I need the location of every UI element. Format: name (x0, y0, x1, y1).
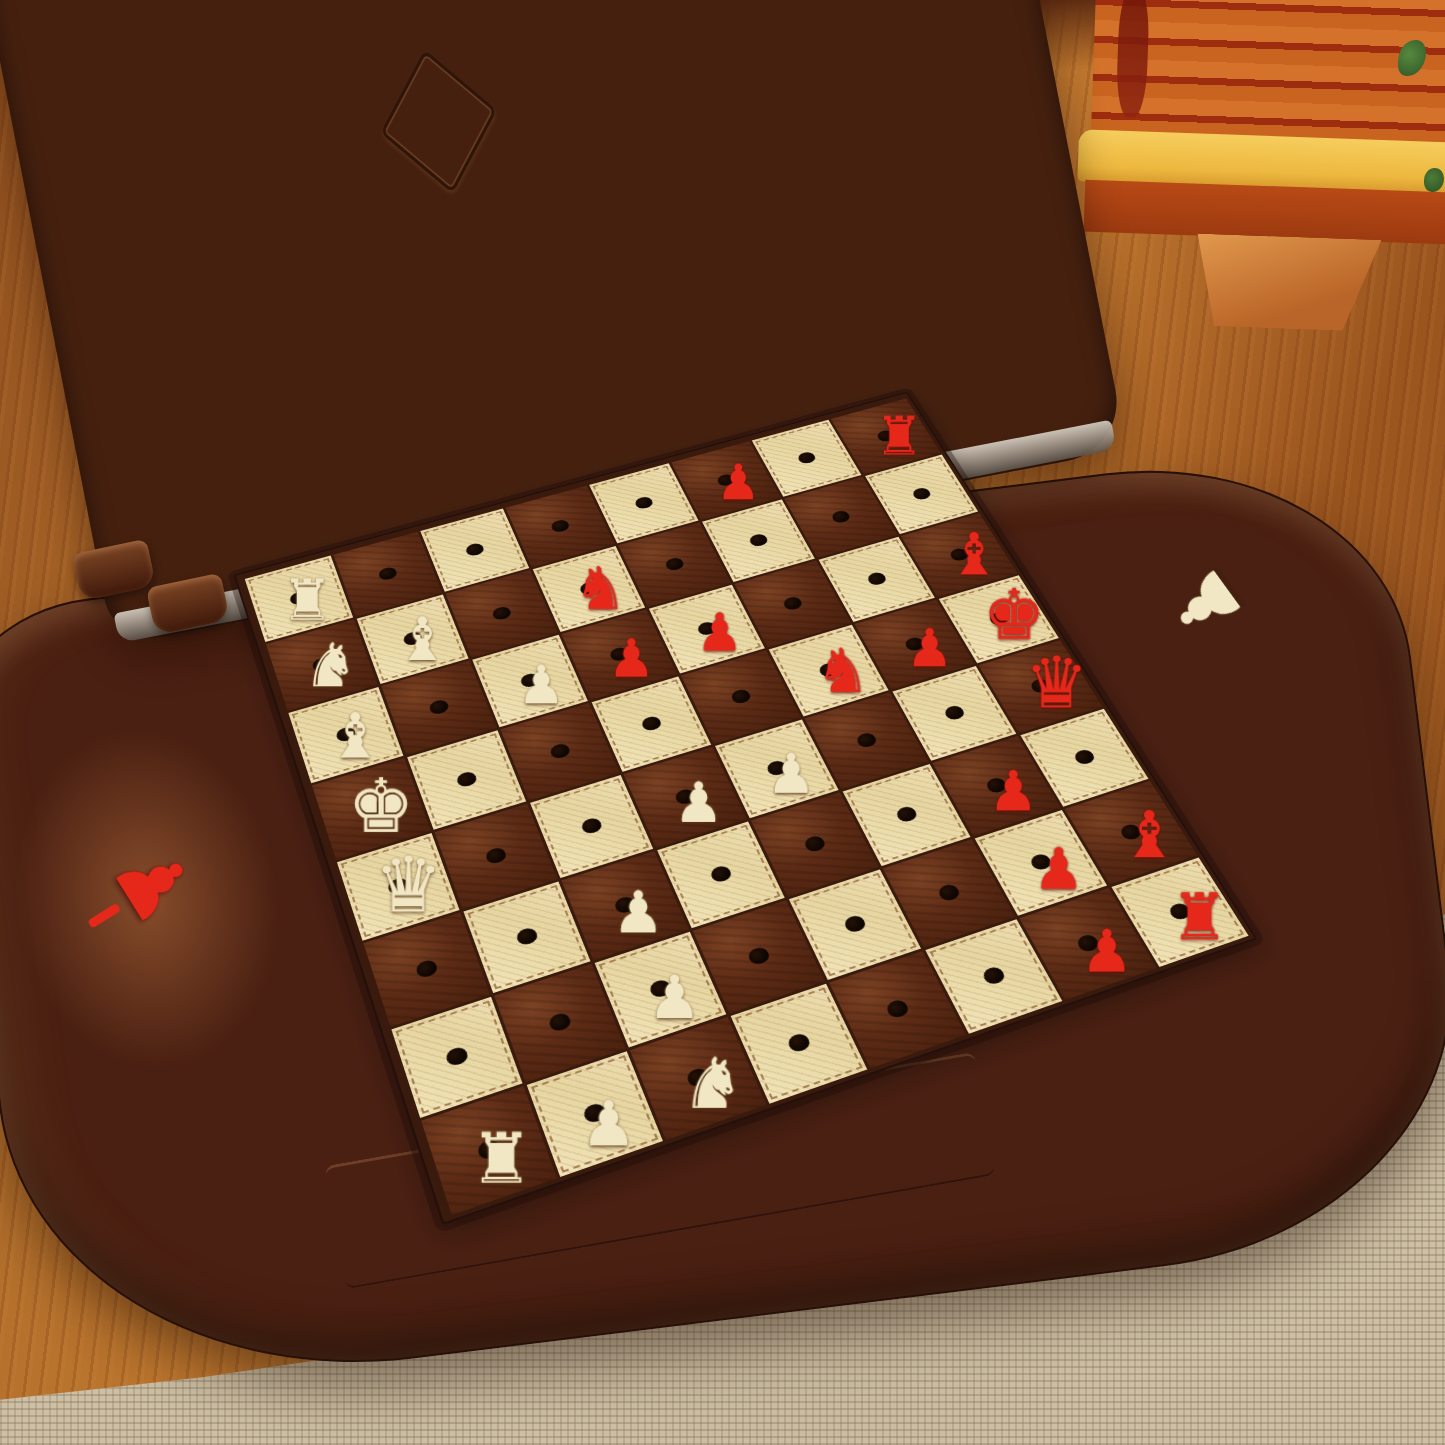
white-pawn-b3[interactable]: ♟ (623, 968, 727, 1028)
red-knight-e6[interactable]: ♞ (797, 641, 889, 702)
red-pawn-f5[interactable]: ♟ (674, 607, 765, 659)
red-queen-d8[interactable]: ♛ (1010, 647, 1103, 718)
white-pawn-d5[interactable]: ♟ (743, 747, 839, 802)
white-king-e1[interactable]: ♚ (332, 769, 429, 844)
lid-diamond-logo-icon (380, 49, 497, 193)
white-rook-h1[interactable]: ♜ (263, 571, 353, 628)
wooden-box-lower-band (1084, 180, 1445, 245)
red-rook-h8[interactable]: ♜ (857, 409, 941, 463)
white-queen-d1[interactable]: ♛ (358, 846, 458, 923)
red-rook-a8[interactable]: ♜ (1149, 884, 1250, 949)
red-pawn-f4[interactable]: ♟ (586, 633, 678, 686)
red-pawn-a7[interactable]: ♟ (1056, 923, 1158, 982)
red-bishop-b8[interactable]: ♝ (1100, 803, 1198, 868)
wooden-box (1066, 0, 1445, 347)
white-knight-g1[interactable]: ♞ (285, 635, 377, 696)
red-pawn-b7[interactable]: ♟ (1009, 841, 1108, 898)
white-pawn-c3[interactable]: ♟ (588, 884, 689, 942)
red-pawn-c7[interactable]: ♟ (965, 764, 1062, 819)
wooden-box-foot (1186, 233, 1389, 332)
red-pawn-e7[interactable]: ♟ (884, 622, 975, 675)
white-pawn-f3[interactable]: ♟ (495, 659, 588, 712)
white-pawn-d4[interactable]: ♟ (650, 776, 747, 832)
white-rook-a1[interactable]: ♜ (447, 1123, 557, 1193)
white-bishop-g2[interactable]: ♝ (377, 610, 468, 670)
travel-chess-set-photo: ♜♟♜♞♝♞♝♟♟♟♝♚♞♟♚♛♟♟♛♟♟♟♟♝♜♟♞♟♜ ♟ ♟ (0, 0, 1445, 1445)
white-bishop-f1[interactable]: ♝ (308, 705, 403, 767)
red-knight-g4[interactable]: ♞ (556, 559, 645, 618)
white-pawn-a2[interactable]: ♟ (555, 1093, 663, 1155)
red-king-e8[interactable]: ♚ (969, 580, 1059, 649)
red-pawn-h6[interactable]: ♟ (696, 458, 781, 507)
white-knight-a3[interactable]: ♞ (659, 1049, 766, 1120)
